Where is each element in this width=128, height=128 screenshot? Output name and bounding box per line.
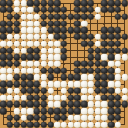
intersection-r14-c13[interactable] xyxy=(88,94,95,101)
intersection-r9-c10[interactable] xyxy=(67,61,74,68)
intersection-r1-c14[interactable] xyxy=(94,7,101,14)
intersection-r17-c6[interactable] xyxy=(40,115,47,122)
intersection-r7-c9[interactable] xyxy=(61,47,68,54)
intersection-r2-c13[interactable] xyxy=(88,13,95,20)
intersection-r14-c8[interactable] xyxy=(54,94,61,101)
intersection-r6-c12[interactable] xyxy=(81,40,88,47)
intersection-r16-c13[interactable] xyxy=(88,108,95,115)
intersection-r5-c10[interactable] xyxy=(67,34,74,41)
intersection-r10-c8[interactable] xyxy=(54,67,61,74)
intersection-r4-c12[interactable] xyxy=(81,27,88,34)
intersection-r16-c4[interactable] xyxy=(27,108,34,115)
intersection-r5-c18[interactable] xyxy=(121,34,128,41)
intersection-r8-c18[interactable] xyxy=(121,54,128,61)
intersection-r8-c10[interactable] xyxy=(67,54,74,61)
intersection-r16-c10[interactable] xyxy=(67,108,74,115)
intersection-r3-c9[interactable] xyxy=(61,20,68,27)
intersection-r4-c14[interactable] xyxy=(94,27,101,34)
intersection-r15-c11[interactable] xyxy=(74,101,81,108)
intersection-r14-c11[interactable] xyxy=(74,94,81,101)
intersection-r11-c3[interactable] xyxy=(20,74,27,81)
intersection-r14-c15[interactable] xyxy=(101,94,108,101)
intersection-r15-c8[interactable] xyxy=(54,101,61,108)
intersection-r7-c17[interactable] xyxy=(115,47,122,54)
intersection-r8-c6[interactable] xyxy=(40,54,47,61)
intersection-r12-c4[interactable] xyxy=(27,81,34,88)
intersection-r7-c13[interactable] xyxy=(88,47,95,54)
intersection-r6-c17[interactable] xyxy=(115,40,122,47)
intersection-r14-c0[interactable] xyxy=(0,94,7,101)
intersection-r17-c4[interactable] xyxy=(27,115,34,122)
intersection-r18-c11[interactable] xyxy=(74,121,81,128)
intersection-r11-c5[interactable] xyxy=(34,74,41,81)
intersection-r10-c6[interactable] xyxy=(40,67,47,74)
intersection-r7-c2[interactable] xyxy=(13,47,20,54)
intersection-r17-c1[interactable] xyxy=(7,115,14,122)
intersection-r16-c11[interactable] xyxy=(74,108,81,115)
intersection-r14-c18[interactable] xyxy=(121,94,128,101)
intersection-r8-c12[interactable] xyxy=(81,54,88,61)
intersection-r2-c2[interactable] xyxy=(13,13,20,20)
intersection-r1-c4[interactable] xyxy=(27,7,34,14)
intersection-r14-c1[interactable] xyxy=(7,94,14,101)
intersection-r18-c3[interactable] xyxy=(20,121,27,128)
intersection-r11-c18[interactable] xyxy=(121,74,128,81)
intersection-r10-c0[interactable] xyxy=(0,67,7,74)
intersection-r3-c10[interactable] xyxy=(67,20,74,27)
intersection-r5-c6[interactable] xyxy=(40,34,47,41)
intersection-r10-c3[interactable] xyxy=(20,67,27,74)
intersection-r1-c12[interactable] xyxy=(81,7,88,14)
intersection-r8-c0[interactable] xyxy=(0,54,7,61)
intersection-r4-c8[interactable] xyxy=(54,27,61,34)
intersection-r12-c1[interactable] xyxy=(7,81,14,88)
intersection-r1-c6[interactable] xyxy=(40,7,47,14)
intersection-r8-c11[interactable] xyxy=(74,54,81,61)
intersection-r0-c0[interactable] xyxy=(0,0,7,7)
intersection-r10-c13[interactable] xyxy=(88,67,95,74)
intersection-r18-c16[interactable] xyxy=(108,121,115,128)
intersection-r5-c3[interactable] xyxy=(20,34,27,41)
intersection-r13-c7[interactable] xyxy=(47,88,54,95)
intersection-r1-c8[interactable] xyxy=(54,7,61,14)
intersection-r6-c11[interactable] xyxy=(74,40,81,47)
intersection-r16-c15[interactable] xyxy=(101,108,108,115)
intersection-r17-c11[interactable] xyxy=(74,115,81,122)
intersection-r9-c12[interactable] xyxy=(81,61,88,68)
intersection-r17-c0[interactable] xyxy=(0,115,7,122)
intersection-r5-c7[interactable] xyxy=(47,34,54,41)
intersection-r13-c6[interactable] xyxy=(40,88,47,95)
intersection-r17-c18[interactable] xyxy=(121,115,128,122)
intersection-r11-c14[interactable] xyxy=(94,74,101,81)
intersection-r10-c17[interactable] xyxy=(115,67,122,74)
intersection-r15-c18[interactable] xyxy=(121,101,128,108)
intersection-r18-c7[interactable] xyxy=(47,121,54,128)
intersection-r13-c3[interactable] xyxy=(20,88,27,95)
intersection-r3-c3[interactable] xyxy=(20,20,27,27)
intersection-r18-c14[interactable] xyxy=(94,121,101,128)
intersection-r9-c2[interactable] xyxy=(13,61,20,68)
intersection-r4-c5[interactable] xyxy=(34,27,41,34)
intersection-r14-c3[interactable] xyxy=(20,94,27,101)
intersection-r6-c6[interactable] xyxy=(40,40,47,47)
intersection-r7-c11[interactable] xyxy=(74,47,81,54)
intersection-r3-c18[interactable] xyxy=(121,20,128,27)
intersection-r8-c9[interactable] xyxy=(61,54,68,61)
intersection-r6-c1[interactable] xyxy=(7,40,14,47)
intersection-r14-c16[interactable] xyxy=(108,94,115,101)
intersection-r17-c9[interactable] xyxy=(61,115,68,122)
intersection-r3-c5[interactable] xyxy=(34,20,41,27)
intersection-r12-c5[interactable] xyxy=(34,81,41,88)
intersection-r4-c2[interactable] xyxy=(13,27,20,34)
intersection-r4-c9[interactable] xyxy=(61,27,68,34)
intersection-r5-c17[interactable] xyxy=(115,34,122,41)
intersection-r0-c8[interactable] xyxy=(54,0,61,7)
intersection-r6-c4[interactable] xyxy=(27,40,34,47)
intersection-r0-c13[interactable] xyxy=(88,0,95,7)
intersection-r11-c12[interactable] xyxy=(81,74,88,81)
intersection-r4-c10[interactable] xyxy=(67,27,74,34)
intersection-r10-c5[interactable] xyxy=(34,67,41,74)
intersection-r18-c2[interactable] xyxy=(13,121,20,128)
intersection-r4-c13[interactable] xyxy=(88,27,95,34)
intersection-r3-c0[interactable] xyxy=(0,20,7,27)
intersection-r11-c6[interactable] xyxy=(40,74,47,81)
intersection-r18-c8[interactable] xyxy=(54,121,61,128)
intersection-r6-c5[interactable] xyxy=(34,40,41,47)
intersection-r12-c18[interactable] xyxy=(121,81,128,88)
intersection-r16-c8[interactable] xyxy=(54,108,61,115)
intersection-r12-c7[interactable] xyxy=(47,81,54,88)
intersection-r2-c8[interactable] xyxy=(54,13,61,20)
intersection-r6-c0[interactable] xyxy=(0,40,7,47)
intersection-r14-c14[interactable] xyxy=(94,94,101,101)
intersection-r14-c17[interactable] xyxy=(115,94,122,101)
intersection-r12-c8[interactable] xyxy=(54,81,61,88)
intersection-r8-c4[interactable] xyxy=(27,54,34,61)
intersection-r5-c15[interactable] xyxy=(101,34,108,41)
intersection-r11-c11[interactable] xyxy=(74,74,81,81)
intersection-r13-c12[interactable] xyxy=(81,88,88,95)
intersection-r7-c12[interactable] xyxy=(81,47,88,54)
intersection-r1-c9[interactable] xyxy=(61,7,68,14)
intersection-r16-c17[interactable] xyxy=(115,108,122,115)
intersection-r16-c7[interactable] xyxy=(47,108,54,115)
intersection-r13-c4[interactable] xyxy=(27,88,34,95)
intersection-r11-c1[interactable] xyxy=(7,74,14,81)
intersection-r11-c10[interactable] xyxy=(67,74,74,81)
intersection-r16-c9[interactable] xyxy=(61,108,68,115)
intersection-r17-c8[interactable] xyxy=(54,115,61,122)
intersection-r9-c6[interactable] xyxy=(40,61,47,68)
intersection-r3-c13[interactable] xyxy=(88,20,95,27)
intersection-r9-c14[interactable] xyxy=(94,61,101,68)
intersection-r7-c8[interactable] xyxy=(54,47,61,54)
intersection-r7-c15[interactable] xyxy=(101,47,108,54)
intersection-r2-c12[interactable] xyxy=(81,13,88,20)
intersection-r9-c17[interactable] xyxy=(115,61,122,68)
intersection-r9-c13[interactable] xyxy=(88,61,95,68)
intersection-r10-c18[interactable] xyxy=(121,67,128,74)
intersection-r6-c15[interactable] xyxy=(101,40,108,47)
intersection-r16-c5[interactable] xyxy=(34,108,41,115)
intersection-r10-c15[interactable] xyxy=(101,67,108,74)
intersection-r13-c13[interactable] xyxy=(88,88,95,95)
intersection-r10-c10[interactable] xyxy=(67,67,74,74)
intersection-r12-c13[interactable] xyxy=(88,81,95,88)
intersection-r3-c16[interactable] xyxy=(108,20,115,27)
intersection-r2-c7[interactable] xyxy=(47,13,54,20)
intersection-r1-c13[interactable] xyxy=(88,7,95,14)
intersection-r8-c8[interactable] xyxy=(54,54,61,61)
intersection-r17-c12[interactable] xyxy=(81,115,88,122)
intersection-r0-c14[interactable] xyxy=(94,0,101,7)
intersection-r6-c3[interactable] xyxy=(20,40,27,47)
intersection-r9-c1[interactable] xyxy=(7,61,14,68)
intersection-r5-c14[interactable] xyxy=(94,34,101,41)
intersection-r1-c10[interactable] xyxy=(67,7,74,14)
intersection-r17-c16[interactable] xyxy=(108,115,115,122)
intersection-r17-c5[interactable] xyxy=(34,115,41,122)
intersection-r3-c6[interactable] xyxy=(40,20,47,27)
intersection-r5-c2[interactable] xyxy=(13,34,20,41)
intersection-r2-c10[interactable] xyxy=(67,13,74,20)
intersection-r11-c16[interactable] xyxy=(108,74,115,81)
intersection-r0-c15[interactable] xyxy=(101,0,108,7)
intersection-r3-c11[interactable] xyxy=(74,20,81,27)
intersection-r15-c5[interactable] xyxy=(34,101,41,108)
intersection-r4-c18[interactable] xyxy=(121,27,128,34)
intersection-r0-c17[interactable] xyxy=(115,0,122,7)
intersection-r10-c1[interactable] xyxy=(7,67,14,74)
intersection-r13-c14[interactable] xyxy=(94,88,101,95)
intersection-r3-c17[interactable] xyxy=(115,20,122,27)
intersection-r3-c4[interactable] xyxy=(27,20,34,27)
intersection-r15-c4[interactable] xyxy=(27,101,34,108)
intersection-r8-c13[interactable] xyxy=(88,54,95,61)
intersection-r11-c15[interactable] xyxy=(101,74,108,81)
intersection-r9-c16[interactable] xyxy=(108,61,115,68)
intersection-r15-c15[interactable] xyxy=(101,101,108,108)
intersection-r15-c3[interactable] xyxy=(20,101,27,108)
intersection-r2-c4[interactable] xyxy=(27,13,34,20)
intersection-r1-c18[interactable] xyxy=(121,7,128,14)
intersection-r0-c5[interactable] xyxy=(34,0,41,7)
intersection-r3-c15[interactable] xyxy=(101,20,108,27)
intersection-r8-c15[interactable] xyxy=(101,54,108,61)
intersection-r8-c17[interactable] xyxy=(115,54,122,61)
intersection-r2-c11[interactable] xyxy=(74,13,81,20)
intersection-r5-c4[interactable] xyxy=(27,34,34,41)
intersection-r14-c12[interactable] xyxy=(81,94,88,101)
intersection-r14-c4[interactable] xyxy=(27,94,34,101)
intersection-r13-c11[interactable] xyxy=(74,88,81,95)
intersection-r12-c12[interactable] xyxy=(81,81,88,88)
intersection-r9-c11[interactable] xyxy=(74,61,81,68)
intersection-r15-c16[interactable] xyxy=(108,101,115,108)
intersection-r18-c15[interactable] xyxy=(101,121,108,128)
intersection-r5-c12[interactable] xyxy=(81,34,88,41)
intersection-r11-c8[interactable] xyxy=(54,74,61,81)
intersection-r14-c10[interactable] xyxy=(67,94,74,101)
intersection-r15-c6[interactable] xyxy=(40,101,47,108)
intersection-r7-c4[interactable] xyxy=(27,47,34,54)
intersection-r6-c18[interactable] xyxy=(121,40,128,47)
intersection-r10-c16[interactable] xyxy=(108,67,115,74)
intersection-r12-c6[interactable] xyxy=(40,81,47,88)
intersection-r11-c9[interactable] xyxy=(61,74,68,81)
intersection-r8-c7[interactable] xyxy=(47,54,54,61)
intersection-r13-c5[interactable] xyxy=(34,88,41,95)
intersection-r0-c12[interactable] xyxy=(81,0,88,7)
intersection-r18-c12[interactable] xyxy=(81,121,88,128)
intersection-r9-c7[interactable] xyxy=(47,61,54,68)
intersection-r12-c9[interactable] xyxy=(61,81,68,88)
intersection-r15-c13[interactable] xyxy=(88,101,95,108)
intersection-r12-c11[interactable] xyxy=(74,81,81,88)
intersection-r1-c17[interactable] xyxy=(115,7,122,14)
intersection-r16-c2[interactable] xyxy=(13,108,20,115)
intersection-r2-c17[interactable] xyxy=(115,13,122,20)
intersection-r1-c11[interactable] xyxy=(74,7,81,14)
intersection-r15-c17[interactable] xyxy=(115,101,122,108)
intersection-r5-c9[interactable] xyxy=(61,34,68,41)
intersection-r16-c12[interactable] xyxy=(81,108,88,115)
intersection-r7-c0[interactable] xyxy=(0,47,7,54)
intersection-r4-c11[interactable] xyxy=(74,27,81,34)
intersection-r6-c2[interactable] xyxy=(13,40,20,47)
intersection-r4-c4[interactable] xyxy=(27,27,34,34)
intersection-r17-c15[interactable] xyxy=(101,115,108,122)
intersection-r10-c12[interactable] xyxy=(81,67,88,74)
intersection-r2-c5[interactable] xyxy=(34,13,41,20)
intersection-r13-c18[interactable] xyxy=(121,88,128,95)
intersection-r15-c10[interactable] xyxy=(67,101,74,108)
intersection-r13-c17[interactable] xyxy=(115,88,122,95)
intersection-r1-c1[interactable] xyxy=(7,7,14,14)
intersection-r0-c3[interactable] xyxy=(20,0,27,7)
intersection-r17-c3[interactable] xyxy=(20,115,27,122)
intersection-r6-c16[interactable] xyxy=(108,40,115,47)
intersection-r4-c1[interactable] xyxy=(7,27,14,34)
intersection-r11-c0[interactable] xyxy=(0,74,7,81)
intersection-r11-c17[interactable] xyxy=(115,74,122,81)
intersection-r13-c2[interactable] xyxy=(13,88,20,95)
intersection-r3-c8[interactable] xyxy=(54,20,61,27)
intersection-r11-c13[interactable] xyxy=(88,74,95,81)
intersection-r18-c18[interactable] xyxy=(121,121,128,128)
intersection-r15-c9[interactable] xyxy=(61,101,68,108)
intersection-r4-c0[interactable] xyxy=(0,27,7,34)
intersection-r3-c7[interactable] xyxy=(47,20,54,27)
intersection-r0-c4[interactable] xyxy=(27,0,34,7)
intersection-r12-c14[interactable] xyxy=(94,81,101,88)
intersection-r18-c10[interactable] xyxy=(67,121,74,128)
intersection-r17-c17[interactable] xyxy=(115,115,122,122)
intersection-r6-c7[interactable] xyxy=(47,40,54,47)
intersection-r0-c18[interactable] xyxy=(121,0,128,7)
intersection-r16-c14[interactable] xyxy=(94,108,101,115)
intersection-r2-c15[interactable] xyxy=(101,13,108,20)
intersection-r7-c14[interactable] xyxy=(94,47,101,54)
intersection-r17-c7[interactable] xyxy=(47,115,54,122)
intersection-r7-c16[interactable] xyxy=(108,47,115,54)
intersection-r5-c1[interactable] xyxy=(7,34,14,41)
intersection-r8-c5[interactable] xyxy=(34,54,41,61)
intersection-r2-c1[interactable] xyxy=(7,13,14,20)
intersection-r10-c7[interactable] xyxy=(47,67,54,74)
intersection-r9-c5[interactable] xyxy=(34,61,41,68)
intersection-r3-c1[interactable] xyxy=(7,20,14,27)
intersection-r16-c0[interactable] xyxy=(0,108,7,115)
intersection-r2-c16[interactable] xyxy=(108,13,115,20)
intersection-r9-c18[interactable] xyxy=(121,61,128,68)
intersection-r11-c2[interactable] xyxy=(13,74,20,81)
intersection-r1-c16[interactable] xyxy=(108,7,115,14)
intersection-r4-c7[interactable] xyxy=(47,27,54,34)
intersection-r5-c5[interactable] xyxy=(34,34,41,41)
intersection-r0-c16[interactable] xyxy=(108,0,115,7)
intersection-r9-c15[interactable] xyxy=(101,61,108,68)
intersection-r5-c8[interactable] xyxy=(54,34,61,41)
intersection-r7-c1[interactable] xyxy=(7,47,14,54)
intersection-r2-c18[interactable] xyxy=(121,13,128,20)
intersection-r9-c9[interactable] xyxy=(61,61,68,68)
intersection-r12-c16[interactable] xyxy=(108,81,115,88)
intersection-r6-c14[interactable] xyxy=(94,40,101,47)
intersection-r15-c1[interactable] xyxy=(7,101,14,108)
intersection-r7-c7[interactable] xyxy=(47,47,54,54)
intersection-r7-c10[interactable] xyxy=(67,47,74,54)
intersection-r16-c18[interactable] xyxy=(121,108,128,115)
intersection-r3-c12[interactable] xyxy=(81,20,88,27)
intersection-r2-c0[interactable] xyxy=(0,13,7,20)
intersection-r13-c1[interactable] xyxy=(7,88,14,95)
intersection-r18-c13[interactable] xyxy=(88,121,95,128)
intersection-r6-c13[interactable] xyxy=(88,40,95,47)
intersection-r16-c16[interactable] xyxy=(108,108,115,115)
intersection-r12-c2[interactable] xyxy=(13,81,20,88)
intersection-r15-c0[interactable] xyxy=(0,101,7,108)
intersection-r12-c15[interactable] xyxy=(101,81,108,88)
intersection-r17-c10[interactable] xyxy=(67,115,74,122)
intersection-r7-c3[interactable] xyxy=(20,47,27,54)
intersection-r2-c9[interactable] xyxy=(61,13,68,20)
intersection-r18-c4[interactable] xyxy=(27,121,34,128)
intersection-r13-c16[interactable] xyxy=(108,88,115,95)
intersection-r11-c4[interactable] xyxy=(27,74,34,81)
intersection-r8-c3[interactable] xyxy=(20,54,27,61)
intersection-r5-c16[interactable] xyxy=(108,34,115,41)
intersection-r2-c14[interactable] xyxy=(94,13,101,20)
intersection-r13-c10[interactable] xyxy=(67,88,74,95)
intersection-r9-c0[interactable] xyxy=(0,61,7,68)
intersection-r4-c15[interactable] xyxy=(101,27,108,34)
intersection-r16-c1[interactable] xyxy=(7,108,14,115)
intersection-r9-c3[interactable] xyxy=(20,61,27,68)
intersection-r8-c1[interactable] xyxy=(7,54,14,61)
intersection-r10-c9[interactable] xyxy=(61,67,68,74)
intersection-r15-c2[interactable] xyxy=(13,101,20,108)
intersection-r1-c2[interactable] xyxy=(13,7,20,14)
intersection-r18-c1[interactable] xyxy=(7,121,14,128)
intersection-r0-c6[interactable] xyxy=(40,0,47,7)
intersection-r1-c0[interactable] xyxy=(0,7,7,14)
intersection-r14-c6[interactable] xyxy=(40,94,47,101)
intersection-r1-c15[interactable] xyxy=(101,7,108,14)
